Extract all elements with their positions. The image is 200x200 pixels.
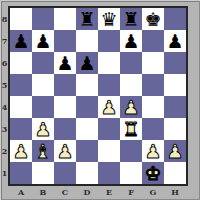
piece-white-pawn[interactable]: ♟ <box>34 120 51 139</box>
square-g7[interactable] <box>142 30 164 52</box>
file-label-b: B <box>32 186 54 198</box>
rank-label-4: 4 <box>1 96 8 118</box>
square-f4[interactable]: ♟ <box>120 96 142 118</box>
square-a3[interactable] <box>10 118 32 140</box>
square-d6[interactable]: ♟ <box>76 52 98 74</box>
square-g4[interactable] <box>142 96 164 118</box>
piece-white-pawn[interactable]: ♟ <box>122 98 139 117</box>
square-b5[interactable] <box>32 74 54 96</box>
file-label-e: E <box>98 186 120 198</box>
square-b1[interactable] <box>32 162 54 184</box>
piece-black-pawn[interactable]: ♟ <box>166 32 183 51</box>
piece-black-king[interactable]: ♚ <box>144 10 161 29</box>
piece-white-pawn[interactable]: ♟ <box>12 142 29 161</box>
piece-black-pawn[interactable]: ♟ <box>12 32 29 51</box>
piece-white-pawn[interactable]: ♟ <box>144 142 161 161</box>
square-g6[interactable] <box>142 52 164 74</box>
square-e3[interactable] <box>98 118 120 140</box>
square-h6[interactable] <box>164 52 186 74</box>
piece-white-rook[interactable]: ♜ <box>122 120 139 139</box>
square-h5[interactable] <box>164 74 186 96</box>
square-c1[interactable] <box>54 162 76 184</box>
square-f7[interactable]: ♟ <box>120 30 142 52</box>
square-h4[interactable] <box>164 96 186 118</box>
square-c3[interactable] <box>54 118 76 140</box>
square-b2[interactable]: ♝ <box>32 140 54 162</box>
square-a2[interactable]: ♟ <box>10 140 32 162</box>
piece-white-pawn[interactable]: ♟ <box>100 98 117 117</box>
piece-black-pawn[interactable]: ♟ <box>56 54 73 73</box>
piece-black-queen[interactable]: ♛ <box>100 10 117 29</box>
piece-black-pawn[interactable]: ♟ <box>78 54 95 73</box>
square-e4[interactable]: ♟ <box>98 96 120 118</box>
square-b4[interactable] <box>32 96 54 118</box>
square-a7[interactable]: ♟ <box>10 30 32 52</box>
file-label-g: G <box>142 186 164 198</box>
rank-label-5: 5 <box>1 74 8 96</box>
square-f6[interactable] <box>120 52 142 74</box>
square-a1[interactable] <box>10 162 32 184</box>
square-f1[interactable] <box>120 162 142 184</box>
chess-app-window: 87654321 ♜♛♜♚♟♟♟♟♟♟♟♟♟♜♟♝♟♟♟♚ ABCDEFGH <box>0 0 200 200</box>
square-h2[interactable]: ♟ <box>164 140 186 162</box>
piece-black-pawn[interactable]: ♟ <box>34 32 51 51</box>
square-d4[interactable] <box>76 96 98 118</box>
square-c7[interactable] <box>54 30 76 52</box>
square-a4[interactable] <box>10 96 32 118</box>
piece-black-rook[interactable]: ♜ <box>122 10 139 29</box>
square-a8[interactable] <box>10 8 32 30</box>
square-d2[interactable] <box>76 140 98 162</box>
square-c5[interactable] <box>54 74 76 96</box>
square-e6[interactable] <box>98 52 120 74</box>
square-b3[interactable]: ♟ <box>32 118 54 140</box>
square-h8[interactable] <box>164 8 186 30</box>
square-e8[interactable]: ♛ <box>98 8 120 30</box>
file-label-f: F <box>120 186 142 198</box>
piece-white-pawn[interactable]: ♟ <box>56 142 73 161</box>
piece-white-pawn[interactable]: ♟ <box>166 142 183 161</box>
piece-white-bishop[interactable]: ♝ <box>34 142 51 161</box>
square-d7[interactable] <box>76 30 98 52</box>
file-labels: ABCDEFGH <box>10 186 186 198</box>
piece-black-rook[interactable]: ♜ <box>78 10 95 29</box>
file-label-d: D <box>76 186 98 198</box>
square-f5[interactable] <box>120 74 142 96</box>
rank-label-1: 1 <box>1 162 8 184</box>
square-b7[interactable]: ♟ <box>32 30 54 52</box>
file-label-h: H <box>164 186 186 198</box>
square-b8[interactable] <box>32 8 54 30</box>
piece-white-king[interactable]: ♚ <box>144 164 161 183</box>
square-d3[interactable] <box>76 118 98 140</box>
square-e1[interactable] <box>98 162 120 184</box>
square-d5[interactable] <box>76 74 98 96</box>
square-g1[interactable]: ♚ <box>142 162 164 184</box>
square-c2[interactable]: ♟ <box>54 140 76 162</box>
square-h3[interactable] <box>164 118 186 140</box>
square-e5[interactable] <box>98 74 120 96</box>
square-c8[interactable] <box>54 8 76 30</box>
square-g5[interactable] <box>142 74 164 96</box>
square-f8[interactable]: ♜ <box>120 8 142 30</box>
chess-board[interactable]: ♜♛♜♚♟♟♟♟♟♟♟♟♟♜♟♝♟♟♟♚ <box>8 6 188 186</box>
square-c6[interactable]: ♟ <box>54 52 76 74</box>
rank-label-7: 7 <box>1 30 8 52</box>
piece-black-pawn[interactable]: ♟ <box>122 32 139 51</box>
rank-label-3: 3 <box>1 118 8 140</box>
rank-label-2: 2 <box>1 140 8 162</box>
square-g8[interactable]: ♚ <box>142 8 164 30</box>
rank-label-8: 8 <box>1 8 8 30</box>
square-f3[interactable]: ♜ <box>120 118 142 140</box>
square-a6[interactable] <box>10 52 32 74</box>
file-label-a: A <box>10 186 32 198</box>
square-e2[interactable] <box>98 140 120 162</box>
square-d8[interactable]: ♜ <box>76 8 98 30</box>
square-e7[interactable] <box>98 30 120 52</box>
square-f2[interactable] <box>120 140 142 162</box>
square-g2[interactable]: ♟ <box>142 140 164 162</box>
square-c4[interactable] <box>54 96 76 118</box>
square-h1[interactable] <box>164 162 186 184</box>
square-b6[interactable] <box>32 52 54 74</box>
square-h7[interactable]: ♟ <box>164 30 186 52</box>
rank-label-6: 6 <box>1 52 8 74</box>
square-d1[interactable] <box>76 162 98 184</box>
square-g3[interactable] <box>142 118 164 140</box>
file-label-c: C <box>54 186 76 198</box>
rank-labels: 87654321 <box>1 8 8 184</box>
square-a5[interactable] <box>10 74 32 96</box>
